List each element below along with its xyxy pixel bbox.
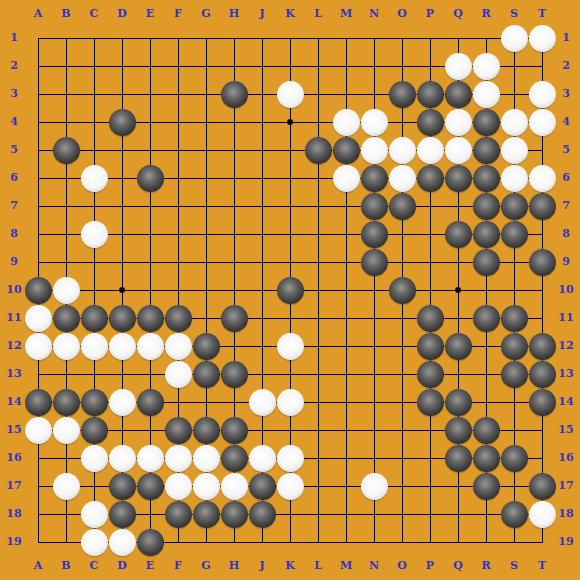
- col-label-top-B: B: [55, 7, 77, 21]
- row-label-right-14: 14: [555, 395, 577, 409]
- col-label-top-R: R: [475, 7, 497, 21]
- stone-black-S16[interactable]: [501, 445, 528, 472]
- stone-white-T1[interactable]: [529, 25, 556, 52]
- col-label-top-E: E: [139, 7, 161, 21]
- stone-black-D11[interactable]: [109, 305, 136, 332]
- stone-white-B12[interactable]: [53, 333, 80, 360]
- stone-black-D4[interactable]: [109, 109, 136, 136]
- stone-black-P4[interactable]: [417, 109, 444, 136]
- stone-black-H13[interactable]: [221, 361, 248, 388]
- col-label-bottom-E: E: [139, 559, 161, 573]
- stone-black-N9[interactable]: [361, 249, 388, 276]
- row-label-right-19: 19: [555, 535, 577, 549]
- stone-black-A14[interactable]: [25, 389, 52, 416]
- stone-white-A12[interactable]: [25, 333, 52, 360]
- stone-black-S7[interactable]: [501, 193, 528, 220]
- col-label-bottom-N: N: [363, 559, 385, 573]
- stone-white-R3[interactable]: [473, 81, 500, 108]
- stone-black-S13[interactable]: [501, 361, 528, 388]
- stone-white-C18[interactable]: [81, 501, 108, 528]
- row-label-right-18: 18: [555, 507, 577, 521]
- stone-black-H15[interactable]: [221, 417, 248, 444]
- row-label-left-4: 4: [3, 115, 25, 129]
- stone-white-C16[interactable]: [81, 445, 108, 472]
- stone-white-K17[interactable]: [277, 473, 304, 500]
- stone-black-E11[interactable]: [137, 305, 164, 332]
- stone-black-R16[interactable]: [473, 445, 500, 472]
- stone-white-T18[interactable]: [529, 501, 556, 528]
- stone-white-F16[interactable]: [165, 445, 192, 472]
- row-label-left-12: 12: [3, 339, 25, 353]
- col-label-top-J: J: [251, 7, 273, 21]
- stone-black-L5[interactable]: [305, 137, 332, 164]
- stone-black-H3[interactable]: [221, 81, 248, 108]
- col-label-top-T: T: [531, 7, 553, 21]
- col-label-top-S: S: [503, 7, 525, 21]
- stone-white-S1[interactable]: [501, 25, 528, 52]
- stone-black-R6[interactable]: [473, 165, 500, 192]
- stone-white-N4[interactable]: [361, 109, 388, 136]
- col-label-bottom-R: R: [475, 559, 497, 573]
- stone-black-S12[interactable]: [501, 333, 528, 360]
- row-label-right-15: 15: [555, 423, 577, 437]
- col-label-bottom-A: A: [27, 559, 49, 573]
- col-label-top-D: D: [111, 7, 133, 21]
- stone-black-F11[interactable]: [165, 305, 192, 332]
- stone-black-B5[interactable]: [53, 137, 80, 164]
- stone-black-E6[interactable]: [137, 165, 164, 192]
- stone-black-E14[interactable]: [137, 389, 164, 416]
- col-label-top-O: O: [391, 7, 413, 21]
- stone-black-P12[interactable]: [417, 333, 444, 360]
- stone-black-R15[interactable]: [473, 417, 500, 444]
- row-label-left-1: 1: [3, 31, 25, 45]
- col-label-top-Q: Q: [447, 7, 469, 21]
- grid-line-horizontal: [38, 374, 543, 375]
- row-label-right-1: 1: [555, 31, 577, 45]
- stone-black-B14[interactable]: [53, 389, 80, 416]
- stone-black-P13[interactable]: [417, 361, 444, 388]
- stone-black-S18[interactable]: [501, 501, 528, 528]
- stone-white-T4[interactable]: [529, 109, 556, 136]
- row-label-right-13: 13: [555, 367, 577, 381]
- stone-white-S4[interactable]: [501, 109, 528, 136]
- stone-white-Q4[interactable]: [445, 109, 472, 136]
- stone-black-P6[interactable]: [417, 165, 444, 192]
- col-label-top-N: N: [363, 7, 385, 21]
- col-label-top-K: K: [279, 7, 301, 21]
- col-label-top-F: F: [167, 7, 189, 21]
- stone-black-Q12[interactable]: [445, 333, 472, 360]
- col-label-bottom-F: F: [167, 559, 189, 573]
- stone-black-Q6[interactable]: [445, 165, 472, 192]
- stone-black-T9[interactable]: [529, 249, 556, 276]
- row-label-left-3: 3: [3, 87, 25, 101]
- row-label-left-5: 5: [3, 143, 25, 157]
- hoshi-point-K4: [287, 119, 293, 125]
- stone-black-N6[interactable]: [361, 165, 388, 192]
- stone-black-R4[interactable]: [473, 109, 500, 136]
- stone-black-O10[interactable]: [389, 277, 416, 304]
- stone-white-C8[interactable]: [81, 221, 108, 248]
- stone-white-G16[interactable]: [193, 445, 220, 472]
- row-label-right-5: 5: [555, 143, 577, 157]
- stone-white-B17[interactable]: [53, 473, 80, 500]
- stone-white-Q5[interactable]: [445, 137, 472, 164]
- row-label-right-9: 9: [555, 255, 577, 269]
- stone-black-D17[interactable]: [109, 473, 136, 500]
- row-label-left-19: 19: [3, 535, 25, 549]
- stone-black-D18[interactable]: [109, 501, 136, 528]
- stone-black-Q16[interactable]: [445, 445, 472, 472]
- stone-white-N17[interactable]: [361, 473, 388, 500]
- stone-black-H16[interactable]: [221, 445, 248, 472]
- stone-white-S5[interactable]: [501, 137, 528, 164]
- stone-black-R7[interactable]: [473, 193, 500, 220]
- stone-white-O5[interactable]: [389, 137, 416, 164]
- stone-white-N5[interactable]: [361, 137, 388, 164]
- row-label-right-16: 16: [555, 451, 577, 465]
- stone-black-P3[interactable]: [417, 81, 444, 108]
- stone-black-C14[interactable]: [81, 389, 108, 416]
- stone-black-E17[interactable]: [137, 473, 164, 500]
- stone-white-G17[interactable]: [193, 473, 220, 500]
- stone-white-E16[interactable]: [137, 445, 164, 472]
- row-label-right-12: 12: [555, 339, 577, 353]
- row-label-left-7: 7: [3, 199, 25, 213]
- row-label-left-2: 2: [3, 59, 25, 73]
- stone-white-O6[interactable]: [389, 165, 416, 192]
- stone-black-T7[interactable]: [529, 193, 556, 220]
- stone-white-E12[interactable]: [137, 333, 164, 360]
- row-label-left-6: 6: [3, 171, 25, 185]
- stone-white-F13[interactable]: [165, 361, 192, 388]
- stone-black-F15[interactable]: [165, 417, 192, 444]
- stone-black-O7[interactable]: [389, 193, 416, 220]
- stone-white-Q2[interactable]: [445, 53, 472, 80]
- stone-white-D16[interactable]: [109, 445, 136, 472]
- col-label-top-M: M: [335, 7, 357, 21]
- stone-black-O3[interactable]: [389, 81, 416, 108]
- col-label-top-A: A: [27, 7, 49, 21]
- stone-black-P11[interactable]: [417, 305, 444, 332]
- stone-white-K3[interactable]: [277, 81, 304, 108]
- col-label-bottom-C: C: [83, 559, 105, 573]
- stone-white-K12[interactable]: [277, 333, 304, 360]
- stone-black-S11[interactable]: [501, 305, 528, 332]
- stone-black-J18[interactable]: [249, 501, 276, 528]
- col-label-bottom-L: L: [307, 559, 329, 573]
- stone-white-T3[interactable]: [529, 81, 556, 108]
- stone-black-B11[interactable]: [53, 305, 80, 332]
- stone-black-R17[interactable]: [473, 473, 500, 500]
- stone-black-G12[interactable]: [193, 333, 220, 360]
- stone-black-S8[interactable]: [501, 221, 528, 248]
- stone-black-N7[interactable]: [361, 193, 388, 220]
- stone-white-D19[interactable]: [109, 529, 136, 556]
- col-label-bottom-O: O: [391, 559, 413, 573]
- stone-white-M4[interactable]: [333, 109, 360, 136]
- row-label-right-2: 2: [555, 59, 577, 73]
- row-label-left-10: 10: [3, 283, 25, 297]
- row-label-right-11: 11: [555, 311, 577, 325]
- stone-white-F12[interactable]: [165, 333, 192, 360]
- row-label-left-17: 17: [3, 479, 25, 493]
- col-label-top-G: G: [195, 7, 217, 21]
- stone-white-P5[interactable]: [417, 137, 444, 164]
- col-label-bottom-P: P: [419, 559, 441, 573]
- stone-black-N8[interactable]: [361, 221, 388, 248]
- stone-black-H11[interactable]: [221, 305, 248, 332]
- stone-white-A15[interactable]: [25, 417, 52, 444]
- stone-black-R9[interactable]: [473, 249, 500, 276]
- row-label-left-18: 18: [3, 507, 25, 521]
- stone-black-R8[interactable]: [473, 221, 500, 248]
- stone-black-Q8[interactable]: [445, 221, 472, 248]
- hoshi-point-Q10: [455, 287, 461, 293]
- col-label-bottom-T: T: [531, 559, 553, 573]
- col-label-bottom-K: K: [279, 559, 301, 573]
- row-label-left-13: 13: [3, 367, 25, 381]
- stone-black-J17[interactable]: [249, 473, 276, 500]
- stone-white-C12[interactable]: [81, 333, 108, 360]
- stone-black-E19[interactable]: [137, 529, 164, 556]
- stone-black-T13[interactable]: [529, 361, 556, 388]
- stone-black-R11[interactable]: [473, 305, 500, 332]
- col-label-bottom-D: D: [111, 559, 133, 573]
- stone-black-H18[interactable]: [221, 501, 248, 528]
- col-label-bottom-H: H: [223, 559, 245, 573]
- stone-black-M5[interactable]: [333, 137, 360, 164]
- stone-black-T12[interactable]: [529, 333, 556, 360]
- col-label-bottom-G: G: [195, 559, 217, 573]
- stone-white-F17[interactable]: [165, 473, 192, 500]
- stone-black-C11[interactable]: [81, 305, 108, 332]
- col-label-top-H: H: [223, 7, 245, 21]
- row-label-right-10: 10: [555, 283, 577, 297]
- stone-black-Q3[interactable]: [445, 81, 472, 108]
- stone-white-D14[interactable]: [109, 389, 136, 416]
- stone-white-B15[interactable]: [53, 417, 80, 444]
- stone-white-J16[interactable]: [249, 445, 276, 472]
- stone-white-J14[interactable]: [249, 389, 276, 416]
- row-label-right-7: 7: [555, 199, 577, 213]
- stone-white-M6[interactable]: [333, 165, 360, 192]
- grid-line-vertical: [318, 38, 319, 543]
- hoshi-point-D10: [119, 287, 125, 293]
- stone-white-D12[interactable]: [109, 333, 136, 360]
- row-label-left-15: 15: [3, 423, 25, 437]
- stone-black-Q14[interactable]: [445, 389, 472, 416]
- stone-white-A11[interactable]: [25, 305, 52, 332]
- stone-white-K14[interactable]: [277, 389, 304, 416]
- stone-black-G18[interactable]: [193, 501, 220, 528]
- go-board[interactable]: AA11BB22CC33DD44EE55FF66GG77HH88JJ99KK10…: [0, 0, 580, 580]
- stone-black-G13[interactable]: [193, 361, 220, 388]
- stone-black-Q15[interactable]: [445, 417, 472, 444]
- stone-black-T17[interactable]: [529, 473, 556, 500]
- stone-black-C15[interactable]: [81, 417, 108, 444]
- stone-white-B10[interactable]: [53, 277, 80, 304]
- stone-black-A10[interactable]: [25, 277, 52, 304]
- row-label-right-3: 3: [555, 87, 577, 101]
- row-label-left-11: 11: [3, 311, 25, 325]
- stone-white-T6[interactable]: [529, 165, 556, 192]
- row-label-left-14: 14: [3, 395, 25, 409]
- col-label-bottom-J: J: [251, 559, 273, 573]
- stone-black-K10[interactable]: [277, 277, 304, 304]
- stone-white-C19[interactable]: [81, 529, 108, 556]
- row-label-right-4: 4: [555, 115, 577, 129]
- row-label-right-17: 17: [555, 479, 577, 493]
- stone-white-R2[interactable]: [473, 53, 500, 80]
- col-label-bottom-B: B: [55, 559, 77, 573]
- row-label-right-6: 6: [555, 171, 577, 185]
- row-label-right-8: 8: [555, 227, 577, 241]
- stone-white-C6[interactable]: [81, 165, 108, 192]
- stone-black-G15[interactable]: [193, 417, 220, 444]
- col-label-top-L: L: [307, 7, 329, 21]
- col-label-bottom-S: S: [503, 559, 525, 573]
- stone-black-F18[interactable]: [165, 501, 192, 528]
- stone-white-S6[interactable]: [501, 165, 528, 192]
- stone-black-T14[interactable]: [529, 389, 556, 416]
- stone-white-K16[interactable]: [277, 445, 304, 472]
- col-label-top-P: P: [419, 7, 441, 21]
- row-label-left-16: 16: [3, 451, 25, 465]
- col-label-bottom-Q: Q: [447, 559, 469, 573]
- col-label-top-C: C: [83, 7, 105, 21]
- stone-white-H17[interactable]: [221, 473, 248, 500]
- stone-black-P14[interactable]: [417, 389, 444, 416]
- stone-black-R5[interactable]: [473, 137, 500, 164]
- col-label-bottom-M: M: [335, 559, 357, 573]
- row-label-left-8: 8: [3, 227, 25, 241]
- row-label-left-9: 9: [3, 255, 25, 269]
